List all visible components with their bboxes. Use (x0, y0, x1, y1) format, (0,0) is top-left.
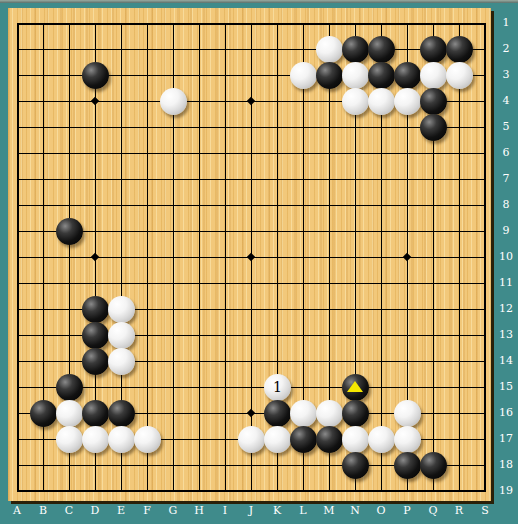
white-stone (368, 88, 395, 115)
white-stone (446, 62, 473, 89)
row-label-15: 15 (495, 380, 517, 394)
go-board[interactable]: 1 (8, 8, 491, 501)
black-stone (82, 322, 109, 349)
column-label-K: K (268, 504, 286, 518)
column-label-C: C (60, 504, 78, 518)
white-stone (56, 426, 83, 453)
column-label-F: F (138, 504, 156, 518)
star-point (91, 97, 99, 105)
column-label-G: G (164, 504, 182, 518)
black-stone (56, 374, 83, 401)
black-stone (290, 426, 317, 453)
star-point (91, 253, 99, 261)
row-label-9: 9 (495, 224, 517, 238)
white-stone (394, 426, 421, 453)
column-label-P: P (398, 504, 416, 518)
grid-line-horizontal (17, 387, 486, 388)
star-point (403, 253, 411, 261)
row-label-13: 13 (495, 328, 517, 342)
white-stone (56, 400, 83, 427)
row-label-11: 11 (495, 276, 517, 290)
white-stone (290, 62, 317, 89)
black-stone (108, 400, 135, 427)
white-stone (108, 322, 135, 349)
white-stone (108, 426, 135, 453)
white-stone (82, 426, 109, 453)
black-stone (342, 452, 369, 479)
black-stone (56, 218, 83, 245)
white-stone (316, 36, 343, 63)
row-label-8: 8 (495, 198, 517, 212)
white-stone (368, 426, 395, 453)
white-stone (394, 88, 421, 115)
star-point (247, 97, 255, 105)
white-stone (160, 88, 187, 115)
row-label-17: 17 (495, 432, 517, 446)
row-label-2: 2 (495, 42, 517, 56)
white-stone (342, 426, 369, 453)
black-stone (316, 62, 343, 89)
black-stone (420, 88, 447, 115)
black-stone (82, 400, 109, 427)
black-stone (30, 400, 57, 427)
column-label-N: N (346, 504, 364, 518)
column-label-O: O (372, 504, 390, 518)
white-stone (108, 348, 135, 375)
column-label-B: B (34, 504, 52, 518)
row-label-16: 16 (495, 406, 517, 420)
black-stone (368, 36, 395, 63)
black-stone (420, 452, 447, 479)
column-label-M: M (320, 504, 338, 518)
row-label-3: 3 (495, 68, 517, 82)
column-label-E: E (112, 504, 130, 518)
black-stone (394, 452, 421, 479)
row-label-6: 6 (495, 146, 517, 160)
row-label-10: 10 (495, 250, 517, 264)
white-stone (108, 296, 135, 323)
column-label-D: D (86, 504, 104, 518)
row-label-1: 1 (495, 16, 517, 30)
black-stone (420, 114, 447, 141)
go-app-window: 1 ABCDEFGHIJKLMNOPQRS1234567891011121314… (0, 0, 518, 524)
row-label-18: 18 (495, 458, 517, 472)
white-stone (290, 400, 317, 427)
black-stone (82, 296, 109, 323)
move-number-label: 1 (264, 374, 291, 401)
row-label-19: 19 (495, 484, 517, 498)
white-stone (342, 88, 369, 115)
window-top-edge (0, 0, 518, 3)
black-stone (82, 348, 109, 375)
black-stone (394, 62, 421, 89)
black-stone (368, 62, 395, 89)
star-point (247, 253, 255, 261)
column-label-I: I (216, 504, 234, 518)
black-stone (446, 36, 473, 63)
grid-line-vertical (484, 23, 486, 492)
column-label-Q: Q (424, 504, 442, 518)
white-stone (134, 426, 161, 453)
row-label-4: 4 (495, 94, 517, 108)
white-stone (316, 400, 343, 427)
column-label-R: R (450, 504, 468, 518)
white-stone (264, 426, 291, 453)
white-stone (394, 400, 421, 427)
column-label-A: A (8, 504, 26, 518)
row-label-14: 14 (495, 354, 517, 368)
row-label-12: 12 (495, 302, 517, 316)
column-label-S: S (476, 504, 494, 518)
grid-line-vertical (459, 23, 460, 492)
black-stone (316, 426, 343, 453)
white-stone (238, 426, 265, 453)
star-point (247, 409, 255, 417)
grid-line-horizontal (17, 283, 486, 284)
column-label-L: L (294, 504, 312, 518)
white-stone (342, 62, 369, 89)
column-label-J: J (242, 504, 260, 518)
black-stone (264, 400, 291, 427)
white-stone (420, 62, 447, 89)
row-label-7: 7 (495, 172, 517, 186)
black-stone (420, 36, 447, 63)
last-move-triangle-marker (347, 381, 363, 392)
row-label-5: 5 (495, 120, 517, 134)
black-stone (342, 36, 369, 63)
column-label-H: H (190, 504, 208, 518)
black-stone (82, 62, 109, 89)
grid-line-horizontal (17, 490, 486, 492)
black-stone (342, 400, 369, 427)
